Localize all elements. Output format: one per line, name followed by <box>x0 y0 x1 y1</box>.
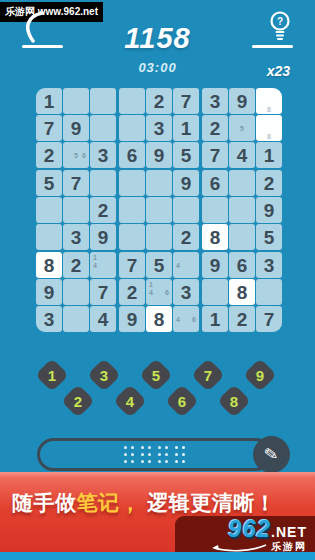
cell-value: 7 <box>71 174 82 193</box>
sudoku-board: 1273987931258256369574157962293928582147… <box>36 88 283 333</box>
cell-r1c3[interactable] <box>90 88 116 114</box>
cell-r2c4[interactable] <box>119 115 145 141</box>
board-row: 127398 <box>36 88 283 114</box>
cell-r7c9[interactable]: 3 <box>256 252 282 278</box>
cell-r3c8[interactable]: 4 <box>229 142 255 168</box>
cell-r4c3[interactable] <box>90 170 116 196</box>
cell-r9c7[interactable]: 1 <box>202 306 228 332</box>
board-row: 349846127 <box>36 306 283 332</box>
logo-962-text: 962 <box>228 517 271 541</box>
cell-r6c4[interactable] <box>119 224 145 250</box>
cell-r2c5[interactable]: 3 <box>146 115 172 141</box>
cell-r4c9[interactable]: 2 <box>256 170 282 196</box>
board-row: 39285 <box>36 224 283 250</box>
cell-value: 6 <box>127 146 138 165</box>
drag-dots <box>124 446 186 464</box>
cell-value: 3 <box>71 228 82 247</box>
cell-r9c1[interactable]: 3 <box>36 306 62 332</box>
cell-r1c2[interactable] <box>63 88 89 114</box>
board-row: 97214638 <box>36 279 283 305</box>
cell-r5c5[interactable] <box>146 197 172 223</box>
cell-r7c2[interactable]: 2 <box>63 252 89 278</box>
cell-r6c2[interactable]: 3 <box>63 224 89 250</box>
pencil-notes: 56 <box>64 143 88 167</box>
cell-r9c6[interactable]: 46 <box>173 306 199 332</box>
cell-r2c8[interactable]: 5 <box>229 115 255 141</box>
cell-r9c3[interactable]: 4 <box>90 306 116 332</box>
cell-r7c4[interactable]: 7 <box>119 252 145 278</box>
cell-value: 9 <box>98 228 109 247</box>
cell-value: 2 <box>181 228 192 247</box>
cell-value: 4 <box>237 146 248 165</box>
cell-r6c8[interactable] <box>229 224 255 250</box>
hint-button[interactable]: ? <box>266 10 294 42</box>
cell-value: 2 <box>71 256 82 275</box>
cell-r3c1[interactable]: 2 <box>36 142 62 168</box>
cell-r4c6[interactable]: 9 <box>173 170 199 196</box>
cell-value: 1 <box>44 92 55 111</box>
cell-value: 7 <box>127 256 138 275</box>
board-row: 7931258 <box>36 115 283 141</box>
cell-value: 2 <box>154 92 165 111</box>
cell-r2c1[interactable]: 7 <box>36 115 62 141</box>
cell-r6c5[interactable] <box>146 224 172 250</box>
cell-r3c3[interactable]: 3 <box>90 142 116 168</box>
lightbulb-icon: ? <box>266 10 294 42</box>
cell-r5c1[interactable] <box>36 197 62 223</box>
hint-underline <box>252 45 293 48</box>
cell-r7c1[interactable]: 8 <box>36 252 62 278</box>
cell-r9c5[interactable]: 8 <box>146 306 172 332</box>
cell-r8c6[interactable]: 3 <box>173 279 199 305</box>
cell-r8c1[interactable]: 9 <box>36 279 62 305</box>
cell-r7c6[interactable]: 4 <box>173 252 199 278</box>
cell-value: 7 <box>44 119 55 138</box>
cell-r5c9[interactable]: 9 <box>256 197 282 223</box>
cell-r1c8[interactable]: 9 <box>229 88 255 114</box>
cell-r7c5[interactable]: 5 <box>146 252 172 278</box>
cell-value: 2 <box>210 119 221 138</box>
key-label: 9 <box>243 358 277 392</box>
pencil-notes: 8 <box>257 89 281 113</box>
cell-value: 7 <box>264 310 275 329</box>
cell-value: 9 <box>237 92 248 111</box>
pencil-notes: 8 <box>257 116 281 140</box>
cell-r8c7[interactable] <box>202 279 228 305</box>
cell-r6c7[interactable]: 8 <box>202 224 228 250</box>
cell-r1c4[interactable] <box>119 88 145 114</box>
cell-r3c4[interactable]: 6 <box>119 142 145 168</box>
cell-value: 2 <box>264 174 275 193</box>
cell-value: 3 <box>210 92 221 111</box>
banner-text: 随手做笔记， 逻辑更清晰！ <box>12 489 276 517</box>
cell-value: 9 <box>264 201 275 220</box>
cell-r8c8[interactable]: 8 <box>229 279 255 305</box>
cell-value: 9 <box>154 146 165 165</box>
cell-value: 3 <box>154 119 165 138</box>
cell-r2c2[interactable]: 9 <box>63 115 89 141</box>
cell-value: 8 <box>154 310 165 329</box>
pencil-notes: 46 <box>174 307 198 331</box>
notes-toggle-bar[interactable] <box>37 438 272 471</box>
bottom-strip <box>0 552 315 560</box>
cell-r5c4[interactable] <box>119 197 145 223</box>
board-row: 2563695741 <box>36 142 283 168</box>
cell-value: 9 <box>127 310 138 329</box>
site-logo: 962 .NET 乐游网 <box>175 516 315 552</box>
pencil-notes: 14 <box>91 253 115 277</box>
cell-r4c4[interactable] <box>119 170 145 196</box>
cell-value: 3 <box>44 310 55 329</box>
cell-value: 9 <box>71 119 82 138</box>
cell-value: 9 <box>181 174 192 193</box>
cell-r3c6[interactable]: 5 <box>173 142 199 168</box>
cell-value: 1 <box>264 146 275 165</box>
cell-r3c5[interactable]: 9 <box>146 142 172 168</box>
cell-value: 3 <box>98 146 109 165</box>
cell-r9c8[interactable]: 2 <box>229 306 255 332</box>
cell-r5c7[interactable] <box>202 197 228 223</box>
cell-value: 9 <box>44 283 55 302</box>
cell-value: 6 <box>210 174 221 193</box>
hint-count: x23 <box>267 63 290 79</box>
cell-r2c9[interactable]: 8 <box>256 115 282 141</box>
cell-r5c2[interactable] <box>63 197 89 223</box>
cell-r6c1[interactable] <box>36 224 62 250</box>
cell-r9c2[interactable] <box>63 306 89 332</box>
cell-value: 2 <box>127 283 138 302</box>
numpad-key-9[interactable]: 9 <box>243 358 277 392</box>
cell-value: 7 <box>98 283 109 302</box>
cell-r9c9[interactable]: 7 <box>256 306 282 332</box>
cell-value: 9 <box>210 256 221 275</box>
cell-r1c9[interactable]: 8 <box>256 88 282 114</box>
cell-r1c6[interactable]: 7 <box>173 88 199 114</box>
cell-value: 8 <box>237 283 248 302</box>
pencil-notes: 146 <box>147 280 171 304</box>
cell-value: 5 <box>264 228 275 247</box>
cell-value: 2 <box>98 201 109 220</box>
cell-r2c3[interactable] <box>90 115 116 141</box>
cell-value: 4 <box>98 310 109 329</box>
cell-r6c9[interactable]: 5 <box>256 224 282 250</box>
cell-r5c8[interactable] <box>229 197 255 223</box>
cell-r7c8[interactable]: 6 <box>229 252 255 278</box>
cell-value: 6 <box>237 256 248 275</box>
cell-r3c7[interactable]: 7 <box>202 142 228 168</box>
svg-text:?: ? <box>277 16 283 27</box>
cell-r7c7[interactable]: 9 <box>202 252 228 278</box>
cell-r1c7[interactable]: 3 <box>202 88 228 114</box>
cell-r1c5[interactable]: 2 <box>146 88 172 114</box>
board-row: 8214754963 <box>36 252 283 278</box>
cell-r8c3[interactable]: 7 <box>90 279 116 305</box>
cell-value: 7 <box>210 146 221 165</box>
cell-r4c7[interactable]: 6 <box>202 170 228 196</box>
cell-r6c3[interactable]: 9 <box>90 224 116 250</box>
pencil-icon: ✎ <box>263 445 279 464</box>
cell-value: 5 <box>181 146 192 165</box>
logo-net-text: .NET <box>271 525 307 539</box>
logo-swoosh-icon <box>210 543 268 552</box>
cell-value: 3 <box>264 256 275 275</box>
cell-value: 1 <box>210 310 221 329</box>
cell-r3c9[interactable]: 1 <box>256 142 282 168</box>
cell-value: 3 <box>181 283 192 302</box>
cell-r4c1[interactable]: 5 <box>36 170 62 196</box>
cell-value: 8 <box>210 228 221 247</box>
cell-r4c8[interactable] <box>229 170 255 196</box>
cell-r2c6[interactable]: 1 <box>173 115 199 141</box>
app-root: 乐游网 www.962.net 1158 03:00 ? x23 1273987… <box>0 0 315 560</box>
board-row: 29 <box>36 197 283 223</box>
cell-r7c3[interactable]: 14 <box>90 252 116 278</box>
watermark: 乐游网 www.962.net <box>0 2 103 22</box>
pencil-button[interactable]: ✎ <box>253 436 290 473</box>
cell-value: 2 <box>237 310 248 329</box>
cell-r4c2[interactable]: 7 <box>63 170 89 196</box>
cell-value: 5 <box>44 174 55 193</box>
cell-r3c2[interactable]: 56 <box>63 142 89 168</box>
cell-r8c4[interactable]: 2 <box>119 279 145 305</box>
cell-r9c4[interactable]: 9 <box>119 306 145 332</box>
pencil-notes: 4 <box>174 253 198 277</box>
cell-value: 5 <box>154 256 165 275</box>
cell-r1c1[interactable]: 1 <box>36 88 62 114</box>
cell-value: 7 <box>181 92 192 111</box>
cell-value: 1 <box>181 119 192 138</box>
cell-r8c9[interactable] <box>256 279 282 305</box>
board-row: 57962 <box>36 170 283 196</box>
cell-r6c6[interactable]: 2 <box>173 224 199 250</box>
cell-r8c2[interactable] <box>63 279 89 305</box>
cell-r2c7[interactable]: 2 <box>202 115 228 141</box>
cell-r4c5[interactable] <box>146 170 172 196</box>
pencil-notes: 5 <box>230 116 254 140</box>
cell-value: 2 <box>44 146 55 165</box>
cell-r5c6[interactable] <box>173 197 199 223</box>
cell-r5c3[interactable]: 2 <box>90 197 116 223</box>
cell-r8c5[interactable]: 146 <box>146 279 172 305</box>
cell-value: 8 <box>44 256 55 275</box>
